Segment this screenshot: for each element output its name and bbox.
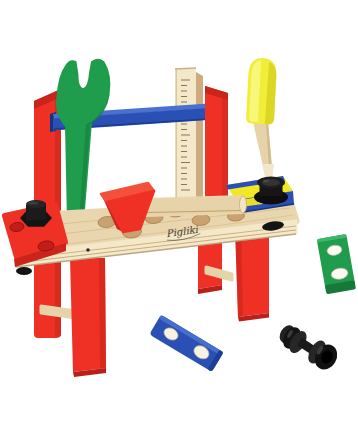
toy-workbench-illustration: Pigliki	[0, 0, 358, 448]
red-leg-front-left	[70, 258, 106, 377]
blue-plank-two-holes	[149, 315, 223, 372]
handle-end-cap	[240, 196, 247, 213]
ruler-front-face	[175, 68, 196, 206]
black-toy-bolt	[277, 323, 342, 374]
under-bench-clamp-left	[16, 267, 32, 275]
green-plank-two-holes	[317, 234, 356, 294]
screw-dot	[86, 248, 90, 252]
green-wrench	[57, 60, 109, 226]
ruler-top-edge	[175, 68, 196, 69]
mallet-handle	[146, 196, 243, 216]
screwdriver-handle	[246, 57, 277, 124]
wooden-ruler	[175, 68, 203, 206]
yellow-screwdriver	[246, 57, 277, 181]
hex-bolt-highlight	[28, 201, 38, 204]
product-photo: Pigliki	[0, 0, 358, 448]
nut-highlight	[263, 180, 269, 182]
leg-side-shade	[99, 258, 106, 369]
ruler-side-face	[196, 72, 203, 206]
